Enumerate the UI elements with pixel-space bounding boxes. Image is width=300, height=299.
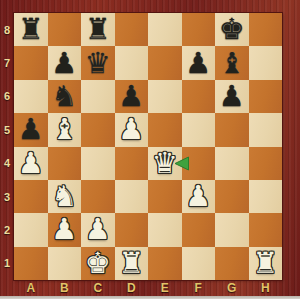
piece-black-pawn: ♟ — [118, 80, 144, 113]
square-b7[interactable]: ♟ — [48, 46, 82, 79]
square-a8[interactable]: ♜ — [14, 13, 48, 46]
square-d6[interactable]: ♟ — [115, 80, 149, 113]
square-h3[interactable] — [249, 180, 283, 213]
square-g8[interactable]: ♚ — [215, 13, 249, 46]
piece-white-pawn: ♟ — [18, 147, 44, 180]
square-g7[interactable]: ♝ — [215, 46, 249, 79]
square-g1[interactable] — [215, 247, 249, 280]
piece-black-bishop: ♝ — [219, 47, 245, 80]
square-b6[interactable]: ♞ — [48, 80, 82, 113]
piece-white-rook: ♜ — [252, 247, 278, 280]
square-a2[interactable] — [14, 213, 48, 246]
rank-label-8: 8 — [0, 13, 14, 46]
piece-black-knight: ♞ — [51, 80, 77, 113]
square-e1[interactable] — [148, 247, 182, 280]
file-labels: ABCDEFGH — [14, 280, 282, 296]
file-label-e: E — [148, 280, 182, 296]
file-label-g: G — [215, 280, 249, 296]
square-a5[interactable]: ♟ — [14, 113, 48, 146]
square-d4[interactable] — [115, 147, 149, 180]
square-c3[interactable] — [81, 180, 115, 213]
file-label-f: F — [182, 280, 216, 296]
square-a7[interactable] — [14, 46, 48, 79]
piece-white-knight: ♞ — [51, 180, 77, 213]
square-c7[interactable]: ♛ — [81, 46, 115, 79]
square-f2[interactable] — [182, 213, 216, 246]
square-e7[interactable] — [148, 46, 182, 79]
square-g6[interactable]: ♟ — [215, 80, 249, 113]
square-a1[interactable] — [14, 247, 48, 280]
piece-black-pawn: ♟ — [18, 113, 44, 146]
piece-black-rook: ♜ — [85, 13, 111, 46]
square-h1[interactable]: ♜ — [249, 247, 283, 280]
square-c1[interactable]: ♚ — [81, 247, 115, 280]
square-f3[interactable]: ♟ — [182, 180, 216, 213]
square-c6[interactable] — [81, 80, 115, 113]
square-h5[interactable] — [249, 113, 283, 146]
rank-labels: 87654321 — [0, 13, 14, 280]
square-a6[interactable] — [14, 80, 48, 113]
chess-board-frame: 87654321 ♜♜♚♟♛♟♝♞♟♟♟♝♟♟♛♞♟♟♟♚♜♜ ABCDEFGH — [0, 0, 300, 299]
rank-label-6: 6 — [0, 80, 14, 113]
square-g3[interactable] — [215, 180, 249, 213]
square-f7[interactable]: ♟ — [182, 46, 216, 79]
square-h2[interactable] — [249, 213, 283, 246]
file-label-a: A — [14, 280, 48, 296]
square-c2[interactable]: ♟ — [81, 213, 115, 246]
piece-black-rook: ♜ — [18, 13, 44, 46]
square-g4[interactable] — [215, 147, 249, 180]
square-f4[interactable] — [182, 147, 216, 180]
rank-label-2: 2 — [0, 213, 14, 246]
square-b2[interactable]: ♟ — [48, 213, 82, 246]
square-e8[interactable] — [148, 13, 182, 46]
square-d1[interactable]: ♜ — [115, 247, 149, 280]
piece-white-pawn: ♟ — [85, 213, 111, 246]
square-c4[interactable] — [81, 147, 115, 180]
square-b3[interactable]: ♞ — [48, 180, 82, 213]
piece-white-bishop: ♝ — [51, 113, 77, 146]
square-f8[interactable] — [182, 13, 216, 46]
square-e3[interactable] — [148, 180, 182, 213]
piece-white-pawn: ♟ — [185, 180, 211, 213]
square-f1[interactable] — [182, 247, 216, 280]
piece-black-queen: ♛ — [85, 47, 111, 80]
file-label-b: B — [48, 280, 82, 296]
rank-label-5: 5 — [0, 113, 14, 146]
square-b8[interactable] — [48, 13, 82, 46]
square-e2[interactable] — [148, 213, 182, 246]
square-a4[interactable]: ♟ — [14, 147, 48, 180]
square-d5[interactable]: ♟ — [115, 113, 149, 146]
square-f5[interactable] — [182, 113, 216, 146]
square-b1[interactable] — [48, 247, 82, 280]
rank-label-1: 1 — [0, 247, 14, 280]
rank-label-4: 4 — [0, 147, 14, 180]
square-a3[interactable] — [14, 180, 48, 213]
piece-black-pawn: ♟ — [51, 47, 77, 80]
piece-black-king: ♚ — [219, 13, 245, 46]
rank-label-3: 3 — [0, 180, 14, 213]
square-b5[interactable]: ♝ — [48, 113, 82, 146]
square-e5[interactable] — [148, 113, 182, 146]
square-e6[interactable] — [148, 80, 182, 113]
file-label-d: D — [115, 280, 149, 296]
chess-board: ♜♜♚♟♛♟♝♞♟♟♟♝♟♟♛♞♟♟♟♚♜♜ — [14, 13, 282, 280]
piece-white-king: ♚ — [85, 247, 111, 280]
piece-white-pawn: ♟ — [51, 213, 77, 246]
square-d3[interactable] — [115, 180, 149, 213]
square-h7[interactable] — [249, 46, 283, 79]
piece-black-pawn: ♟ — [185, 47, 211, 80]
square-f6[interactable] — [182, 80, 216, 113]
square-d2[interactable] — [115, 213, 149, 246]
square-d7[interactable] — [115, 46, 149, 79]
piece-white-queen: ♛ — [152, 147, 178, 180]
square-g2[interactable] — [215, 213, 249, 246]
square-g5[interactable] — [215, 113, 249, 146]
piece-white-pawn: ♟ — [118, 113, 144, 146]
file-label-c: C — [81, 280, 115, 296]
square-e4[interactable]: ♛ — [148, 147, 182, 180]
square-h4[interactable] — [249, 147, 283, 180]
square-h8[interactable] — [249, 13, 283, 46]
rank-label-7: 7 — [0, 46, 14, 79]
piece-white-rook: ♜ — [118, 247, 144, 280]
file-label-h: H — [249, 280, 283, 296]
square-b4[interactable] — [48, 147, 82, 180]
piece-black-pawn: ♟ — [219, 80, 245, 113]
square-d8[interactable] — [115, 13, 149, 46]
square-c5[interactable] — [81, 113, 115, 146]
square-h6[interactable] — [249, 80, 283, 113]
square-c8[interactable]: ♜ — [81, 13, 115, 46]
